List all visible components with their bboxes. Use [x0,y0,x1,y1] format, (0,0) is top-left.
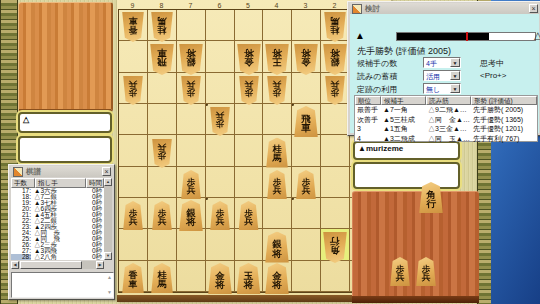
control-note: 思考中 [480,58,504,69]
candidate-row-3[interactable]: 3▲1五角△3三金▲…先手優勢( 1201) [355,124,537,134]
analysis-close-icon[interactable]: × [529,4,538,13]
analysis-controls: 候補手の数4手▼思考中読みの蓄積活用▼<Pro+>定跡の利用無し▼ [350,57,539,96]
square-5-2[interactable]: 金将 [235,41,263,73]
kifu-row-28[interactable]: 28:△2八角0秒 [11,254,104,260]
sente-piece-歩兵[interactable]: 歩兵 [296,170,316,199]
sente-message-box [353,162,460,189]
square-3-1[interactable] [292,10,321,41]
square-5-4[interactable] [235,104,263,135]
scroll-up-icon[interactable]: ▲ [104,178,112,186]
candidate-row-1[interactable]: 最善手▲7一角△9二飛▲…先手勝勢( 2005) [355,105,537,115]
square-7-2[interactable]: 銀将 [177,41,206,73]
square-4-6[interactable]: 歩兵 [263,167,292,198]
sente-piece-飛車[interactable]: 飛車 [294,106,318,137]
analysis-window-title: 検討 [365,4,529,14]
evaluation-bar-center-marker [466,32,468,41]
table-header-row: 順位 候補手 読み筋 形勢 (評価値) [355,96,537,105]
rank-cell: 次善手 [355,115,381,125]
gote-piece-金将[interactable]: 金将 [294,44,318,75]
gote-piece-桂馬[interactable]: 桂馬 [324,12,346,42]
scroll-down-icon: ▼ [107,290,112,295]
sente-hand-piece-角行[interactable]: 角行 [419,182,443,213]
gote-piece-香車[interactable]: 香車 [122,12,144,42]
gote-piece-桂馬[interactable]: 桂馬 [151,12,173,42]
square-4-8[interactable]: 銀将 [263,229,292,261]
gote-piece-角行[interactable]: 角行 [323,232,347,263]
square-8-1[interactable]: 桂馬 [148,10,177,41]
sente-piece-桂馬[interactable]: 桂馬 [151,263,173,293]
gote-piece-王将[interactable]: 王将 [265,44,289,75]
sente-mark: ▲ [355,30,365,41]
line-cell: △同 金▲… [426,115,471,125]
candidate-row-4[interactable]: 4▲3二飛成△同 玉▲…先手有利( 767) [355,134,537,144]
control-note: <Pro+> [480,71,506,80]
square-9-5[interactable] [119,135,148,167]
analysis-titlebar[interactable]: 検討 × [350,3,539,14]
chevron-down-icon[interactable]: ▼ [450,71,460,80]
square-2-1[interactable]: 桂馬 [321,10,350,41]
kifu-titlebar[interactable]: 棋譜 × [11,166,112,177]
square-6-2[interactable] [206,41,235,73]
square-3-7[interactable] [292,198,321,229]
candidate-moves-table: 順位 候補手 読み筋 形勢 (評価値) 最善手▲7一角△9二飛▲…先手勝勢( 2… [354,95,538,142]
chevron-down-icon[interactable]: ▼ [450,84,460,93]
candidate-cell: ▲3二飛成 [381,134,426,144]
gote-captured-tray [18,2,113,112]
analysis-body: ▲ △ 先手勝勢 (評価値 2005) 候補手の数4手▼思考中読みの蓄積活用▼<… [350,14,539,133]
square-3-5[interactable] [292,135,321,167]
square-8-9[interactable]: 桂馬 [148,261,177,292]
square-6-6[interactable] [206,167,235,198]
kifu-header-move: 指し手 [35,178,86,188]
header-line: 読み筋 [426,96,471,105]
gote-mark: △ [534,30,540,41]
square-3-8[interactable] [292,229,321,261]
control-row-0: 候補手の数4手▼思考中 [350,57,539,70]
square-9-1[interactable]: 香車 [119,10,148,41]
sente-piece-歩兵[interactable]: 歩兵 [210,201,230,230]
sente-piece-玉将[interactable]: 玉将 [237,263,261,294]
square-6-7[interactable]: 歩兵 [206,198,235,229]
square-6-4[interactable]: 歩兵 [206,104,235,135]
sente-piece-銀将[interactable]: 銀将 [179,200,203,231]
gote-piece-銀将[interactable]: 銀将 [323,44,347,75]
square-6-1[interactable] [206,10,235,41]
header-eval: 形勢 (評価値) [471,96,537,105]
square-8-5[interactable]: 歩兵 [148,135,177,167]
scroll-up-icon: ▲ [107,275,112,280]
gote-piece-飛車[interactable]: 飛車 [150,44,174,75]
square-7-7[interactable]: 銀将 [177,198,206,229]
square-6-3[interactable] [206,73,235,104]
header-candidate: 候補手 [381,96,426,105]
control-dropdown-1[interactable]: 活用▼ [423,70,461,81]
dropdown-value: 無し [426,85,440,95]
square-8-7[interactable]: 歩兵 [148,198,177,229]
sente-captured-tray: 角行歩兵歩兵 [352,191,479,303]
square-2-6[interactable] [321,167,350,198]
sente-piece-金将[interactable]: 金将 [208,263,232,294]
control-row-1: 読みの蓄積活用▼<Pro+> [350,70,539,83]
scrollbar-thumb[interactable] [20,261,82,269]
control-label: 読みの蓄積 [357,71,397,82]
kifu-column-headers: 手数 指し手 時間 [11,178,104,188]
candidate-cell: ▲7一角 [381,105,426,115]
sente-piece-銀将[interactable]: 銀将 [265,232,289,263]
sente-hand-piece-歩兵[interactable]: 歩兵 [390,257,410,286]
candidate-row-2[interactable]: 次善手▲5三桂成△同 金▲…先手優勢( 1365) [355,115,537,125]
control-dropdown-2[interactable]: 無し▼ [423,83,461,94]
square-5-5[interactable] [235,135,263,167]
control-label: 候補手の数 [357,58,397,69]
screen: 987654321 一二三四五六七八九 香車桂馬桂馬香車飛車銀将金将王将金将銀将… [0,0,540,304]
scroll-down-icon[interactable]: ▼ [104,252,112,260]
square-9-8[interactable] [119,229,148,261]
square-8-4[interactable] [148,104,177,135]
square-8-8[interactable] [148,229,177,261]
board-base-edge [117,295,391,302]
gote-piece-歩兵[interactable]: 歩兵 [123,76,143,105]
square-5-9[interactable]: 玉将 [235,261,263,292]
square-5-8[interactable] [235,229,263,261]
eval-cell: 先手優勢( 1201) [471,124,537,134]
square-9-9[interactable]: 香車 [119,261,148,292]
square-2-3[interactable]: 歩兵 [321,73,350,104]
square-4-1[interactable] [263,10,292,41]
dropdown-value: 4手 [426,59,437,69]
square-3-3[interactable] [292,73,321,104]
square-3-2[interactable]: 金将 [292,41,321,73]
gote-name-plate: △ [18,112,112,133]
sente-piece-歩兵[interactable]: 歩兵 [267,170,287,199]
control-dropdown-0[interactable]: 4手▼ [423,57,461,68]
square-9-4[interactable] [119,104,148,135]
square-2-7[interactable] [321,198,350,229]
evaluation-bar-fill [397,33,489,40]
evaluation-bar [396,32,536,41]
kifu-header-time: 時間 [86,178,104,188]
square-7-3[interactable]: 歩兵 [177,73,206,104]
gote-piece-銀将[interactable]: 銀将 [179,44,203,75]
square-4-7[interactable] [263,198,292,229]
square-3-4[interactable]: 飛車 [292,104,321,135]
gote-piece-歩兵[interactable]: 歩兵 [325,76,345,105]
square-2-4[interactable] [321,104,350,135]
sente-piece-桂馬[interactable]: 桂馬 [266,138,288,168]
candidate-cell: ▲1五角 [381,124,426,134]
rank-cell: 4 [355,134,381,144]
square-5-7[interactable]: 歩兵 [235,198,263,229]
kifu-move-list: 17:▲3六歩0秒18:△7二銀0秒19:▲3七桂0秒20:△6四歩0秒21:▲… [11,188,104,260]
sente-piece-歩兵[interactable]: 歩兵 [181,170,201,199]
analysis-window-icon [352,4,362,14]
analysis-window: 検討 × ▲ △ 先手勝勢 (評価値 2005) 候補手の数4手▼思考中読みの蓄… [347,1,540,136]
gote-piece-歩兵[interactable]: 歩兵 [210,107,230,136]
square-2-9[interactable] [321,261,350,292]
gote-message-box [18,136,112,163]
square-4-4[interactable] [263,104,292,135]
square-4-3[interactable]: 歩兵 [263,73,292,104]
move-text: △2八角 [31,254,85,260]
square-9-7[interactable]: 歩兵 [119,198,148,229]
scroll-right-icon[interactable]: ▶ [96,261,104,269]
square-8-6[interactable] [148,167,177,198]
square-7-6[interactable]: 歩兵 [177,167,206,198]
square-5-6[interactable] [235,167,263,198]
square-7-1[interactable] [177,10,206,41]
tray-base [352,296,479,303]
sente-name-label: ▲murizeme [358,144,403,153]
sente-piece-歩兵[interactable]: 歩兵 [123,201,143,230]
sente-name-plate: ▲murizeme [353,141,460,160]
square-7-5[interactable] [177,135,206,167]
rank-cell: 3 [355,124,381,134]
line-cell: △3三金▲… [426,124,471,134]
kifu-window: 棋譜 × 手数 指し手 時間 17:▲3六歩0秒18:△7二銀0秒19:▲3七桂… [8,164,115,300]
gote-name-label: △ [23,115,29,124]
candidate-cell: ▲5三桂成 [381,115,426,125]
gote-piece-歩兵[interactable]: 歩兵 [267,76,287,105]
sente-piece-香車[interactable]: 香車 [122,263,144,293]
square-5-1[interactable] [235,10,263,41]
table-body: 最善手▲7一角△9二飛▲…先手勝勢( 2005)次善手▲5三桂成△同 金▲…先手… [355,105,537,143]
sente-piece-歩兵[interactable]: 歩兵 [239,201,259,230]
square-3-9[interactable] [292,261,321,292]
square-6-5[interactable] [206,135,235,167]
dropdown-value: 活用 [426,72,440,82]
eval-cell: 先手有利( 767) [471,134,537,144]
sente-piece-歩兵[interactable]: 歩兵 [152,201,172,230]
header-rank: 順位 [355,96,381,105]
move-number: 28: [11,254,31,260]
kifu-vertical-scrollbar[interactable]: ▲ ▼ [104,178,112,260]
square-2-8[interactable]: 角行 [321,229,350,261]
rank-cell: 最善手 [355,105,381,115]
square-7-9[interactable] [177,261,206,292]
square-9-6[interactable] [119,167,148,198]
square-3-6[interactable]: 歩兵 [292,167,321,198]
line-cell: △同 玉▲… [426,134,471,144]
gote-piece-歩兵[interactable]: 歩兵 [181,76,201,105]
kifu-horizontal-scrollbar[interactable]: ◀ ▶ [11,261,104,269]
kifu-header-moveno: 手数 [11,178,35,188]
square-9-2[interactable] [119,41,148,73]
square-2-5[interactable] [321,135,350,167]
kifu-window-icon [13,167,23,177]
move-time: 0秒 [85,254,104,260]
square-8-3[interactable] [148,73,177,104]
square-2-2[interactable]: 銀将 [321,41,350,73]
eval-cell: 先手優勢( 1365) [471,115,537,125]
gote-piece-歩兵[interactable]: 歩兵 [152,139,172,168]
square-9-3[interactable]: 歩兵 [119,73,148,104]
square-4-2[interactable]: 王将 [263,41,292,73]
square-5-3[interactable]: 歩兵 [235,73,263,104]
square-7-4[interactable] [177,104,206,135]
kifu-close-icon[interactable]: × [102,167,111,176]
kifu-window-title: 棋譜 [26,167,102,177]
square-6-9[interactable]: 金将 [206,261,235,292]
square-6-8[interactable] [206,229,235,261]
scroll-left-icon[interactable]: ◀ [11,261,19,269]
chevron-down-icon[interactable]: ▼ [450,58,460,67]
gote-piece-金将[interactable]: 金将 [237,44,261,75]
gote-piece-歩兵[interactable]: 歩兵 [239,76,259,105]
line-cell: △9二飛▲… [426,105,471,115]
board-grid: 香車桂馬桂馬香車飛車銀将金将王将金将銀将歩兵歩兵歩兵歩兵歩兵歩兵歩兵飛車歩兵桂馬… [118,9,380,293]
square-4-9[interactable]: 金将 [263,261,292,292]
sente-hand-piece-歩兵[interactable]: 歩兵 [416,257,436,286]
control-label: 定跡の利用 [357,84,397,95]
sente-piece-金将[interactable]: 金将 [265,263,289,294]
square-7-8[interactable] [177,229,206,261]
square-8-2[interactable]: 飛車 [148,41,177,73]
square-4-5[interactable]: 桂馬 [263,135,292,167]
eval-cell: 先手勝勢( 2005) [471,105,537,115]
kifu-comment-box[interactable]: ▲ ▼ [11,272,114,298]
